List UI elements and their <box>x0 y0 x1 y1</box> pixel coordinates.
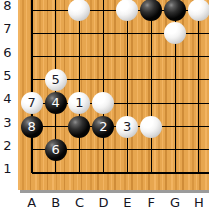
board-point-F2[interactable] <box>139 138 163 161</box>
board-point-C8[interactable] <box>68 0 92 22</box>
stone-black[interactable]: 8 <box>21 116 43 138</box>
stone-number: 4 <box>51 92 59 114</box>
stone-number: 7 <box>28 92 36 114</box>
stone-white[interactable] <box>164 22 186 44</box>
board-point-A3[interactable]: 8 <box>20 115 44 138</box>
board-point-F7[interactable] <box>139 22 163 45</box>
board-point-E1[interactable] <box>115 162 139 185</box>
board-point-D6[interactable] <box>91 45 115 68</box>
board-point-H3[interactable] <box>187 115 209 138</box>
stone-black[interactable] <box>140 0 162 21</box>
board-point-G8[interactable] <box>163 0 187 22</box>
board-point-H5[interactable] <box>187 68 209 91</box>
board-point-G1[interactable] <box>163 162 187 185</box>
board-point-E5[interactable] <box>115 68 139 91</box>
board-point-E2[interactable] <box>115 138 139 161</box>
board-point-B1[interactable] <box>44 162 68 185</box>
board-point-B6[interactable] <box>44 45 68 68</box>
board-point-A7[interactable] <box>20 22 44 45</box>
col-label-B: B <box>48 196 64 210</box>
board-point-A6[interactable] <box>20 45 44 68</box>
col-label-G: G <box>167 196 183 210</box>
stone-white[interactable] <box>116 0 138 21</box>
board-point-D1[interactable] <box>91 162 115 185</box>
row-label-5: 5 <box>0 69 15 83</box>
col-label-F: F <box>143 196 159 210</box>
row-label-3: 3 <box>0 116 15 130</box>
stone-white[interactable] <box>92 92 114 114</box>
stone-white[interactable] <box>140 116 162 138</box>
board-point-D5[interactable] <box>91 68 115 91</box>
board-point-C2[interactable] <box>68 138 92 161</box>
board-point-G5[interactable] <box>163 68 187 91</box>
board-point-H7[interactable] <box>187 22 209 45</box>
board-point-C3[interactable] <box>68 115 92 138</box>
board-point-D4[interactable] <box>91 92 115 115</box>
stone-white[interactable]: 5 <box>45 69 67 91</box>
board-point-B2[interactable]: 6 <box>44 138 68 161</box>
board-point-F4[interactable] <box>139 92 163 115</box>
row-label-2: 2 <box>0 139 15 153</box>
stone-black[interactable] <box>164 0 186 21</box>
col-label-E: E <box>119 196 135 210</box>
board-point-A8[interactable] <box>20 0 44 22</box>
board-point-F8[interactable] <box>139 0 163 22</box>
board-point-C5[interactable] <box>68 68 92 91</box>
board-point-D3[interactable]: 2 <box>91 115 115 138</box>
board-point-H6[interactable] <box>187 45 209 68</box>
stone-black[interactable]: 2 <box>92 116 114 138</box>
board-point-G7[interactable] <box>163 22 187 45</box>
board-point-E4[interactable] <box>115 92 139 115</box>
board-point-A2[interactable] <box>20 138 44 161</box>
go-diagram: 57418236 87654321ABCDEFGH <box>0 0 209 212</box>
board-point-H2[interactable] <box>187 138 209 161</box>
col-label-A: A <box>24 196 40 210</box>
stone-number: 2 <box>99 116 107 138</box>
stone-number: 5 <box>51 69 59 91</box>
board-point-C6[interactable] <box>68 45 92 68</box>
stone-number: 8 <box>28 116 36 138</box>
row-label-6: 6 <box>0 46 15 60</box>
board-point-B3[interactable] <box>44 115 68 138</box>
board-shadow <box>20 190 210 193</box>
board-point-D8[interactable] <box>91 0 115 22</box>
col-label-H: H <box>191 196 207 210</box>
row-label-8: 8 <box>0 0 15 13</box>
board-point-C4[interactable]: 1 <box>68 92 92 115</box>
board-point-B5[interactable]: 5 <box>44 68 68 91</box>
board-point-B8[interactable] <box>44 0 68 22</box>
board-point-F3[interactable] <box>139 115 163 138</box>
board-point-E6[interactable] <box>115 45 139 68</box>
stone-number: 3 <box>123 116 131 138</box>
board-point-G2[interactable] <box>163 138 187 161</box>
board-point-C1[interactable] <box>68 162 92 185</box>
board-point-A5[interactable] <box>20 68 44 91</box>
board-point-E8[interactable] <box>115 0 139 22</box>
board-point-F6[interactable] <box>139 45 163 68</box>
stone-black[interactable]: 4 <box>45 92 67 114</box>
stone-white[interactable] <box>188 0 209 21</box>
col-label-D: D <box>95 196 111 210</box>
stone-number: 1 <box>75 92 83 114</box>
board-point-G3[interactable] <box>163 115 187 138</box>
board-point-B7[interactable] <box>44 22 68 45</box>
board-grid: 57418236 <box>20 0 209 185</box>
stone-white[interactable] <box>68 0 90 21</box>
board-point-G4[interactable] <box>163 92 187 115</box>
board-point-F5[interactable] <box>139 68 163 91</box>
board-point-E3[interactable]: 3 <box>115 115 139 138</box>
stone-white[interactable]: 3 <box>116 116 138 138</box>
stone-white[interactable]: 7 <box>21 92 43 114</box>
board-point-H4[interactable] <box>187 92 209 115</box>
row-label-7: 7 <box>0 22 15 36</box>
row-label-4: 4 <box>0 92 15 106</box>
col-label-C: C <box>72 196 88 210</box>
board-point-A4[interactable]: 7 <box>20 92 44 115</box>
board-point-D2[interactable] <box>91 138 115 161</box>
board-point-E7[interactable] <box>115 22 139 45</box>
board-point-B4[interactable]: 4 <box>44 92 68 115</box>
board-point-H8[interactable] <box>187 0 209 22</box>
stone-black[interactable] <box>68 116 90 138</box>
board-point-A1[interactable] <box>20 162 44 185</box>
stone-number: 6 <box>51 139 59 161</box>
board-point-D7[interactable] <box>91 22 115 45</box>
board-point-G6[interactable] <box>163 45 187 68</box>
board-point-H1[interactable] <box>187 162 209 185</box>
board-point-C7[interactable] <box>68 22 92 45</box>
stone-white[interactable]: 1 <box>68 92 90 114</box>
board-point-F1[interactable] <box>139 162 163 185</box>
stone-black[interactable]: 6 <box>45 139 67 161</box>
row-label-1: 1 <box>0 162 15 176</box>
